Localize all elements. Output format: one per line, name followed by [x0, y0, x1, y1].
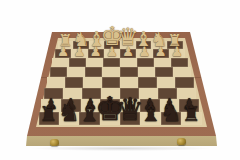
piece-white-pawn[interactable]: ♟ [155, 45, 167, 58]
rank-4 [50, 67, 191, 77]
square-b5[interactable] [157, 77, 175, 88]
drop-shadow [30, 146, 212, 151]
checkerboard: ♜♞♝♚♛♝♞♜♟♟♟♟♟♟♟♟♟♟♟♟♟♟♟♟♜♞♝♚♛♝♞♜ [0, 41, 240, 125]
square-f3[interactable] [86, 58, 103, 67]
square-a2[interactable]: ♟ [169, 49, 185, 58]
square-a3[interactable] [171, 58, 188, 67]
square-c4[interactable] [138, 67, 156, 77]
piece-white-pawn[interactable]: ♟ [106, 45, 118, 58]
piece-white-pawn[interactable]: ♟ [90, 45, 102, 58]
square-g5[interactable] [65, 77, 83, 88]
rank-5 [47, 77, 194, 88]
square-a4[interactable] [173, 67, 191, 77]
square-b8[interactable]: ♞ [161, 112, 181, 125]
square-g3[interactable] [69, 58, 86, 67]
rank-2: ♟♟♟♟♟♟♟♟ [55, 49, 185, 58]
square-d3[interactable] [120, 58, 137, 67]
square-c8[interactable]: ♝ [140, 112, 160, 125]
square-f2[interactable]: ♟ [88, 49, 104, 58]
square-a5[interactable] [175, 77, 193, 88]
square-h5[interactable] [47, 77, 65, 88]
square-h2[interactable]: ♟ [55, 49, 71, 58]
piece-black-bishop[interactable]: ♝ [139, 99, 162, 125]
square-b2[interactable]: ♟ [153, 49, 169, 58]
brass-clasp-right-icon [177, 138, 186, 145]
square-g2[interactable]: ♟ [71, 49, 87, 58]
square-c5[interactable] [138, 77, 156, 88]
square-g4[interactable] [67, 67, 85, 77]
square-e2[interactable]: ♟ [104, 49, 120, 58]
piece-white-pawn[interactable]: ♟ [171, 45, 183, 58]
square-e5[interactable] [102, 77, 120, 88]
rank-8: ♜♞♝♚♛♝♞♜ [39, 112, 202, 125]
square-h8[interactable]: ♜ [39, 112, 59, 125]
square-b4[interactable] [155, 67, 173, 77]
piece-white-pawn[interactable]: ♟ [122, 45, 134, 58]
square-d2[interactable]: ♟ [120, 49, 136, 58]
piece-white-pawn[interactable]: ♟ [74, 45, 86, 58]
square-c2[interactable]: ♟ [136, 49, 152, 58]
square-h4[interactable] [50, 67, 68, 77]
square-d8[interactable]: ♛ [120, 112, 140, 125]
chess-set-photo: ♜♞♝♚♛♝♞♜♟♟♟♟♟♟♟♟♟♟♟♟♟♟♟♟♜♞♝♚♛♝♞♜ [0, 0, 240, 160]
square-d5[interactable] [120, 77, 138, 88]
piece-white-pawn[interactable]: ♟ [139, 45, 151, 58]
square-e3[interactable] [103, 58, 120, 67]
square-a8[interactable]: ♜ [181, 112, 201, 125]
rank-3 [52, 58, 188, 67]
square-e4[interactable] [102, 67, 120, 77]
square-f4[interactable] [85, 67, 103, 77]
square-h3[interactable] [52, 58, 69, 67]
piece-black-rook[interactable]: ♜ [39, 104, 58, 125]
square-f5[interactable] [83, 77, 101, 88]
piece-black-knight[interactable]: ♞ [160, 100, 182, 125]
square-d4[interactable] [120, 67, 138, 77]
brass-clasp-left-icon [50, 139, 59, 146]
piece-white-pawn[interactable]: ♟ [57, 45, 69, 58]
square-g8[interactable]: ♞ [59, 112, 79, 125]
square-c3[interactable] [137, 58, 154, 67]
square-b3[interactable] [154, 58, 171, 67]
piece-black-rook[interactable]: ♜ [182, 104, 201, 125]
